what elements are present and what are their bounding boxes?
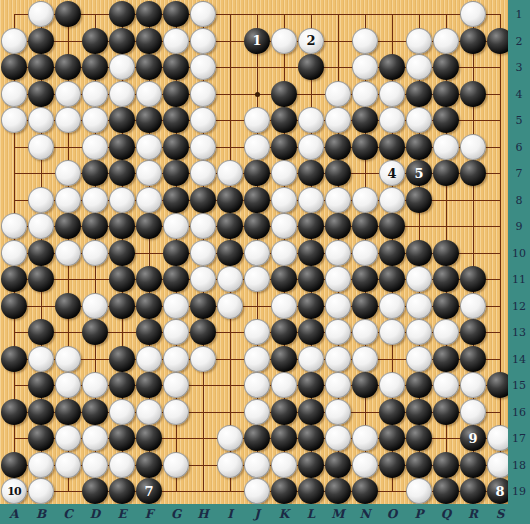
row-coordinate-strip — [508, 0, 530, 524]
white-stone — [379, 372, 405, 398]
column-label-A: A — [4, 507, 24, 521]
white-stone — [136, 399, 162, 425]
white-stone — [163, 213, 189, 239]
column-label-H: H — [193, 507, 213, 521]
black-stone — [1, 346, 27, 372]
black-stone — [163, 81, 189, 107]
column-label-L: L — [301, 507, 321, 521]
black-stone — [271, 425, 297, 451]
black-stone — [1, 293, 27, 319]
white-stone — [28, 452, 54, 478]
move-10-stone: 10 — [1, 478, 27, 504]
white-stone — [352, 240, 378, 266]
white-stone — [136, 187, 162, 213]
black-stone — [460, 319, 486, 345]
black-stone — [406, 187, 432, 213]
white-stone — [325, 293, 351, 319]
white-stone — [271, 372, 297, 398]
move-number-label: 2 — [306, 34, 315, 47]
black-stone — [109, 107, 135, 133]
black-stone — [406, 372, 432, 398]
row-label-10: 10 — [508, 247, 530, 260]
white-stone — [28, 187, 54, 213]
black-stone — [82, 160, 108, 186]
white-stone — [109, 399, 135, 425]
black-stone — [244, 187, 270, 213]
white-stone — [271, 452, 297, 478]
black-stone — [325, 478, 351, 504]
white-stone — [244, 266, 270, 292]
white-stone — [325, 240, 351, 266]
black-stone — [1, 54, 27, 80]
column-label-D: D — [85, 507, 105, 521]
column-label-Q: Q — [436, 507, 456, 521]
black-stone — [298, 160, 324, 186]
black-stone — [136, 319, 162, 345]
move-7-stone: 7 — [136, 478, 162, 504]
black-stone — [298, 425, 324, 451]
black-stone — [55, 1, 81, 27]
column-label-F: F — [139, 507, 159, 521]
move-number-label: 10 — [7, 486, 20, 497]
black-stone — [82, 54, 108, 80]
white-stone — [325, 372, 351, 398]
black-stone — [1, 399, 27, 425]
white-stone — [82, 107, 108, 133]
white-stone — [460, 372, 486, 398]
black-stone — [190, 187, 216, 213]
black-stone — [28, 240, 54, 266]
white-stone — [433, 134, 459, 160]
white-stone — [136, 81, 162, 107]
white-stone — [190, 160, 216, 186]
white-stone — [244, 452, 270, 478]
white-stone — [136, 160, 162, 186]
black-stone — [460, 478, 486, 504]
white-stone — [109, 187, 135, 213]
row-label-16: 16 — [508, 406, 530, 419]
white-stone — [298, 134, 324, 160]
black-stone — [460, 266, 486, 292]
white-stone — [163, 293, 189, 319]
white-stone — [190, 54, 216, 80]
white-stone — [352, 28, 378, 54]
black-stone — [136, 28, 162, 54]
black-stone — [28, 266, 54, 292]
white-stone — [163, 319, 189, 345]
white-stone — [190, 28, 216, 54]
black-stone — [298, 478, 324, 504]
black-stone — [109, 425, 135, 451]
black-stone — [55, 213, 81, 239]
black-stone — [460, 81, 486, 107]
white-stone — [460, 399, 486, 425]
black-stone — [82, 319, 108, 345]
white-stone — [433, 372, 459, 398]
white-stone — [379, 187, 405, 213]
black-stone — [352, 372, 378, 398]
grid-line-vertical — [500, 14, 501, 492]
move-9-stone: 9 — [460, 425, 486, 451]
black-stone — [433, 240, 459, 266]
white-stone — [82, 372, 108, 398]
white-stone — [217, 160, 243, 186]
black-stone — [109, 1, 135, 27]
black-stone — [271, 346, 297, 372]
white-stone — [217, 452, 243, 478]
white-stone — [406, 319, 432, 345]
white-stone — [1, 240, 27, 266]
move-2-stone: 2 — [298, 28, 324, 54]
white-stone — [460, 293, 486, 319]
white-stone — [406, 28, 432, 54]
black-stone — [433, 81, 459, 107]
black-stone — [82, 478, 108, 504]
white-stone — [82, 134, 108, 160]
white-stone — [82, 425, 108, 451]
white-stone — [379, 293, 405, 319]
row-label-5: 5 — [508, 114, 530, 127]
black-stone — [433, 54, 459, 80]
white-stone — [244, 319, 270, 345]
white-stone — [244, 478, 270, 504]
black-stone — [298, 54, 324, 80]
move-1-stone: 1 — [244, 28, 270, 54]
white-stone — [190, 213, 216, 239]
move-5-stone: 5 — [406, 160, 432, 186]
column-label-E: E — [112, 507, 132, 521]
black-stone — [433, 160, 459, 186]
white-stone — [109, 452, 135, 478]
black-stone — [55, 399, 81, 425]
row-label-4: 4 — [508, 88, 530, 101]
black-stone — [298, 399, 324, 425]
black-stone — [406, 81, 432, 107]
black-stone — [325, 213, 351, 239]
white-stone — [190, 266, 216, 292]
black-stone — [217, 213, 243, 239]
black-stone — [163, 187, 189, 213]
white-stone — [325, 346, 351, 372]
white-stone — [325, 266, 351, 292]
black-stone — [379, 399, 405, 425]
white-stone — [244, 372, 270, 398]
black-stone — [298, 293, 324, 319]
white-stone — [406, 478, 432, 504]
black-stone — [460, 160, 486, 186]
black-stone — [325, 134, 351, 160]
black-stone — [379, 134, 405, 160]
white-stone — [55, 107, 81, 133]
black-stone — [352, 107, 378, 133]
row-label-13: 13 — [508, 326, 530, 339]
white-stone — [109, 54, 135, 80]
black-stone — [433, 293, 459, 319]
black-stone — [325, 452, 351, 478]
black-stone — [163, 240, 189, 266]
black-stone — [28, 425, 54, 451]
white-stone — [55, 346, 81, 372]
white-stone — [163, 399, 189, 425]
black-stone — [136, 1, 162, 27]
row-label-8: 8 — [508, 194, 530, 207]
black-stone — [325, 160, 351, 186]
move-number-label: 9 — [468, 432, 477, 445]
white-stone — [28, 134, 54, 160]
black-stone — [433, 346, 459, 372]
black-stone — [298, 266, 324, 292]
white-stone — [406, 346, 432, 372]
black-stone — [433, 107, 459, 133]
black-stone — [163, 107, 189, 133]
black-stone — [109, 293, 135, 319]
white-stone — [379, 319, 405, 345]
black-stone — [244, 425, 270, 451]
white-stone — [82, 187, 108, 213]
black-stone — [271, 266, 297, 292]
black-stone — [217, 240, 243, 266]
black-stone — [109, 240, 135, 266]
white-stone — [217, 266, 243, 292]
move-number-label: 1 — [252, 34, 261, 47]
white-stone — [244, 346, 270, 372]
white-stone — [1, 81, 27, 107]
white-stone — [190, 81, 216, 107]
black-stone — [136, 107, 162, 133]
black-stone — [1, 266, 27, 292]
black-stone — [163, 160, 189, 186]
white-stone — [298, 346, 324, 372]
black-stone — [379, 266, 405, 292]
black-stone — [352, 213, 378, 239]
row-label-12: 12 — [508, 300, 530, 313]
row-label-14: 14 — [508, 353, 530, 366]
black-stone — [433, 399, 459, 425]
white-stone — [352, 425, 378, 451]
white-stone — [28, 478, 54, 504]
row-label-2: 2 — [508, 35, 530, 48]
white-stone — [109, 81, 135, 107]
column-label-J: J — [247, 507, 267, 521]
row-label-7: 7 — [508, 167, 530, 180]
black-stone — [190, 319, 216, 345]
white-stone — [244, 240, 270, 266]
black-stone — [82, 399, 108, 425]
column-label-R: R — [463, 507, 483, 521]
white-stone — [433, 319, 459, 345]
white-stone — [352, 346, 378, 372]
white-stone — [271, 240, 297, 266]
black-stone — [406, 425, 432, 451]
move-number-label: 4 — [387, 167, 396, 180]
black-stone — [109, 346, 135, 372]
white-stone — [217, 293, 243, 319]
move-number-label: 7 — [144, 485, 153, 498]
column-label-M: M — [328, 507, 348, 521]
white-stone — [55, 452, 81, 478]
black-stone — [298, 319, 324, 345]
black-stone — [109, 372, 135, 398]
column-label-G: G — [166, 507, 186, 521]
white-stone — [55, 81, 81, 107]
white-stone — [55, 160, 81, 186]
white-stone — [352, 319, 378, 345]
column-label-P: P — [409, 507, 429, 521]
black-stone — [28, 54, 54, 80]
black-stone — [298, 372, 324, 398]
black-stone — [271, 319, 297, 345]
black-stone — [163, 54, 189, 80]
column-label-C: C — [58, 507, 78, 521]
white-stone — [190, 240, 216, 266]
white-stone — [271, 28, 297, 54]
black-stone — [190, 293, 216, 319]
black-stone — [217, 187, 243, 213]
black-stone — [28, 28, 54, 54]
black-stone — [109, 213, 135, 239]
white-stone — [460, 134, 486, 160]
column-label-S: S — [490, 507, 510, 521]
black-stone — [136, 293, 162, 319]
row-label-6: 6 — [508, 141, 530, 154]
black-stone — [271, 478, 297, 504]
black-stone — [379, 452, 405, 478]
black-stone — [271, 107, 297, 133]
black-stone — [109, 134, 135, 160]
white-stone — [271, 293, 297, 319]
column-label-B: B — [31, 507, 51, 521]
white-stone — [1, 28, 27, 54]
white-stone — [190, 134, 216, 160]
black-stone — [352, 266, 378, 292]
white-stone — [1, 107, 27, 133]
white-stone — [163, 372, 189, 398]
black-stone — [352, 293, 378, 319]
black-stone — [136, 452, 162, 478]
black-stone — [109, 478, 135, 504]
white-stone — [28, 213, 54, 239]
white-stone — [190, 346, 216, 372]
white-stone — [325, 319, 351, 345]
black-stone — [271, 134, 297, 160]
white-stone — [163, 346, 189, 372]
white-stone — [136, 346, 162, 372]
black-stone — [163, 266, 189, 292]
black-stone — [109, 28, 135, 54]
black-stone — [298, 240, 324, 266]
white-stone — [352, 54, 378, 80]
row-label-3: 3 — [508, 61, 530, 74]
black-stone — [136, 213, 162, 239]
white-stone — [55, 372, 81, 398]
white-stone — [1, 213, 27, 239]
black-stone — [163, 1, 189, 27]
white-stone — [352, 452, 378, 478]
black-stone — [460, 28, 486, 54]
white-stone — [244, 399, 270, 425]
black-stone — [433, 266, 459, 292]
white-stone — [406, 293, 432, 319]
black-stone — [163, 134, 189, 160]
black-stone — [433, 452, 459, 478]
white-stone — [325, 425, 351, 451]
white-stone — [244, 134, 270, 160]
row-label-11: 11 — [508, 273, 530, 286]
black-stone — [244, 213, 270, 239]
black-stone — [136, 266, 162, 292]
black-stone — [109, 160, 135, 186]
white-stone — [298, 187, 324, 213]
white-stone — [28, 1, 54, 27]
white-stone — [28, 107, 54, 133]
white-stone — [82, 240, 108, 266]
white-stone — [379, 81, 405, 107]
white-stone — [163, 452, 189, 478]
black-stone — [55, 293, 81, 319]
column-label-K: K — [274, 507, 294, 521]
white-stone — [325, 81, 351, 107]
white-stone — [217, 425, 243, 451]
black-stone — [460, 346, 486, 372]
white-stone — [406, 107, 432, 133]
black-stone — [298, 452, 324, 478]
go-board[interactable]: 124591078 12345678910111213141516171819A… — [0, 0, 530, 524]
white-stone — [379, 107, 405, 133]
row-label-1: 1 — [508, 8, 530, 21]
black-stone — [28, 81, 54, 107]
star-point — [255, 92, 260, 97]
row-label-9: 9 — [508, 220, 530, 233]
white-stone — [55, 187, 81, 213]
white-stone — [460, 1, 486, 27]
black-stone — [244, 160, 270, 186]
white-stone — [406, 54, 432, 80]
white-stone — [244, 107, 270, 133]
white-stone — [406, 266, 432, 292]
row-label-18: 18 — [508, 459, 530, 472]
row-label-17: 17 — [508, 432, 530, 445]
black-stone — [460, 452, 486, 478]
black-stone — [406, 134, 432, 160]
black-stone — [28, 319, 54, 345]
move-number-label: 5 — [414, 167, 423, 180]
black-stone — [136, 54, 162, 80]
black-stone — [433, 478, 459, 504]
white-stone — [190, 1, 216, 27]
white-stone — [82, 452, 108, 478]
white-stone — [433, 28, 459, 54]
black-stone — [406, 399, 432, 425]
black-stone — [406, 452, 432, 478]
white-stone — [163, 28, 189, 54]
white-stone — [271, 160, 297, 186]
black-stone — [28, 372, 54, 398]
black-stone — [406, 240, 432, 266]
move-4-stone: 4 — [379, 160, 405, 186]
black-stone — [28, 399, 54, 425]
column-label-O: O — [382, 507, 402, 521]
black-stone — [271, 399, 297, 425]
black-stone — [379, 240, 405, 266]
black-stone — [55, 54, 81, 80]
white-stone — [352, 81, 378, 107]
column-label-I: I — [220, 507, 240, 521]
white-stone — [271, 213, 297, 239]
white-stone — [28, 346, 54, 372]
black-stone — [352, 134, 378, 160]
black-stone — [298, 213, 324, 239]
black-stone — [109, 266, 135, 292]
